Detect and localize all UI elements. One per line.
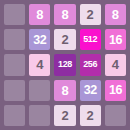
- empty-cell: [105, 105, 126, 126]
- tile-256: 256: [80, 54, 101, 75]
- tile-16: 16: [105, 80, 126, 101]
- tile-16: 16: [105, 29, 126, 50]
- empty-cell: [29, 105, 50, 126]
- empty-cell: [4, 29, 25, 50]
- tile-32: 32: [29, 29, 50, 50]
- tile-2: 2: [54, 105, 75, 126]
- empty-cell: [4, 105, 25, 126]
- empty-cell: [29, 80, 50, 101]
- tile-32: 32: [80, 80, 101, 101]
- tile-4: 4: [29, 54, 50, 75]
- tile-128: 128: [54, 54, 75, 75]
- tile-4: 4: [105, 54, 126, 75]
- empty-cell: [4, 80, 25, 101]
- board-2048[interactable]: 882832251216412825648321622: [0, 0, 130, 130]
- tile-2: 2: [80, 4, 101, 25]
- tile-8: 8: [105, 4, 126, 25]
- tile-2: 2: [80, 105, 101, 126]
- tile-2: 2: [54, 29, 75, 50]
- tile-512: 512: [80, 29, 101, 50]
- tile-8: 8: [29, 4, 50, 25]
- tile-8: 8: [54, 4, 75, 25]
- tile-8: 8: [54, 80, 75, 101]
- empty-cell: [4, 4, 25, 25]
- empty-cell: [4, 54, 25, 75]
